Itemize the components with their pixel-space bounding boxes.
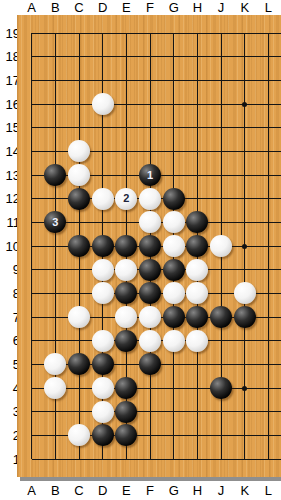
coord-top-H: H bbox=[189, 0, 205, 15]
star-point-K10 bbox=[242, 244, 247, 249]
white-stone-E9[interactable] bbox=[115, 259, 137, 281]
white-stone-D9[interactable] bbox=[92, 259, 114, 281]
coord-bottom-H: H bbox=[189, 483, 205, 498]
white-stone-G10[interactable] bbox=[163, 235, 185, 257]
black-stone-B11[interactable]: 3 bbox=[44, 211, 66, 233]
black-stone-E4[interactable] bbox=[115, 377, 137, 399]
coord-bottom-C: C bbox=[71, 483, 87, 498]
black-stone-E6[interactable] bbox=[115, 330, 137, 352]
coord-bottom-J: J bbox=[213, 483, 229, 498]
grid-line-row-3 bbox=[32, 411, 281, 412]
white-stone-C14[interactable] bbox=[68, 140, 90, 162]
black-stone-E2[interactable] bbox=[115, 424, 137, 446]
coord-top-B: B bbox=[47, 0, 63, 15]
black-stone-J4[interactable] bbox=[210, 377, 232, 399]
coord-top-J: J bbox=[213, 0, 229, 15]
star-point-K4 bbox=[242, 386, 247, 391]
black-stone-G12[interactable] bbox=[163, 188, 185, 210]
black-stone-D2[interactable] bbox=[92, 424, 114, 446]
black-stone-B13[interactable] bbox=[44, 164, 66, 186]
move-number-label: 2 bbox=[115, 188, 137, 210]
white-stone-F11[interactable] bbox=[139, 211, 161, 233]
coord-top-D: D bbox=[95, 0, 111, 15]
white-stone-H9[interactable] bbox=[186, 259, 208, 281]
black-stone-F8[interactable] bbox=[139, 282, 161, 304]
black-stone-E3[interactable] bbox=[115, 401, 137, 423]
grid-line-row-1 bbox=[32, 459, 281, 460]
coord-bottom-D: D bbox=[95, 483, 111, 498]
white-stone-C13[interactable] bbox=[68, 164, 90, 186]
white-stone-E7[interactable] bbox=[115, 306, 137, 328]
coord-top-K: K bbox=[237, 0, 253, 15]
black-stone-C5[interactable] bbox=[68, 353, 90, 375]
black-stone-G7[interactable] bbox=[163, 306, 185, 328]
black-stone-K7[interactable] bbox=[234, 306, 256, 328]
white-stone-C2[interactable] bbox=[68, 424, 90, 446]
coord-bottom-B: B bbox=[47, 483, 63, 498]
white-stone-G8[interactable] bbox=[163, 282, 185, 304]
goban[interactable]: 132 bbox=[17, 15, 281, 477]
black-stone-F10[interactable] bbox=[139, 235, 161, 257]
go-diagram: ABCDEFGHJKL 1918171615141312111098765432… bbox=[0, 0, 281, 500]
black-stone-F9[interactable] bbox=[139, 259, 161, 281]
white-stone-H8[interactable] bbox=[186, 282, 208, 304]
black-stone-E10[interactable] bbox=[115, 235, 137, 257]
black-stone-H11[interactable] bbox=[186, 211, 208, 233]
white-stone-F7[interactable] bbox=[139, 306, 161, 328]
black-stone-D10[interactable] bbox=[92, 235, 114, 257]
black-stone-D5[interactable] bbox=[92, 353, 114, 375]
black-stone-G9[interactable] bbox=[163, 259, 185, 281]
grid-line-row-17 bbox=[32, 80, 281, 81]
black-stone-H7[interactable] bbox=[186, 306, 208, 328]
coord-bottom-K: K bbox=[237, 483, 253, 498]
black-stone-F13[interactable]: 1 bbox=[139, 164, 161, 186]
board-shadow bbox=[20, 477, 281, 481]
white-stone-D4[interactable] bbox=[92, 377, 114, 399]
black-stone-C10[interactable] bbox=[68, 235, 90, 257]
star-point-K16 bbox=[242, 102, 247, 107]
grid-line-row-19 bbox=[32, 33, 281, 34]
white-stone-B4[interactable] bbox=[44, 377, 66, 399]
white-stone-E12[interactable]: 2 bbox=[115, 188, 137, 210]
coord-bottom-F: F bbox=[142, 483, 158, 498]
white-stone-F12[interactable] bbox=[139, 188, 161, 210]
white-stone-F6[interactable] bbox=[139, 330, 161, 352]
coord-top-L: L bbox=[260, 0, 276, 15]
black-stone-E8[interactable] bbox=[115, 282, 137, 304]
black-stone-F5[interactable] bbox=[139, 353, 161, 375]
coord-bottom-L: L bbox=[260, 483, 276, 498]
white-stone-D6[interactable] bbox=[92, 330, 114, 352]
black-stone-H10[interactable] bbox=[186, 235, 208, 257]
white-stone-D8[interactable] bbox=[92, 282, 114, 304]
coord-top-E: E bbox=[118, 0, 134, 15]
coord-top-G: G bbox=[166, 0, 182, 15]
coord-top-F: F bbox=[142, 0, 158, 15]
white-stone-J10[interactable] bbox=[210, 235, 232, 257]
white-stone-G6[interactable] bbox=[163, 330, 185, 352]
white-stone-K8[interactable] bbox=[234, 282, 256, 304]
grid-line-row-18 bbox=[32, 56, 281, 57]
white-stone-D3[interactable] bbox=[92, 401, 114, 423]
coord-bottom-E: E bbox=[118, 483, 134, 498]
white-stone-D16[interactable] bbox=[92, 93, 114, 115]
coord-top-C: C bbox=[71, 0, 87, 15]
black-stone-J7[interactable] bbox=[210, 306, 232, 328]
white-stone-H6[interactable] bbox=[186, 330, 208, 352]
white-stone-C7[interactable] bbox=[68, 306, 90, 328]
coord-bottom-A: A bbox=[24, 483, 40, 498]
black-stone-C12[interactable] bbox=[68, 188, 90, 210]
grid-line-row-15 bbox=[32, 127, 281, 128]
white-stone-B5[interactable] bbox=[44, 353, 66, 375]
coord-bottom-G: G bbox=[166, 483, 182, 498]
white-stone-D12[interactable] bbox=[92, 188, 114, 210]
move-number-label: 1 bbox=[139, 164, 161, 186]
white-stone-G11[interactable] bbox=[163, 211, 185, 233]
coord-top-A: A bbox=[24, 0, 40, 15]
move-number-label: 3 bbox=[44, 211, 66, 233]
